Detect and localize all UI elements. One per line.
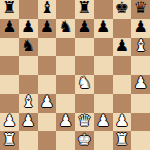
square-b5[interactable] xyxy=(19,56,38,75)
piece-white-pawn[interactable]: ♟ xyxy=(2,113,16,129)
square-f4[interactable] xyxy=(94,75,113,94)
square-c6[interactable] xyxy=(38,38,57,57)
square-f3[interactable] xyxy=(94,94,113,113)
square-d3[interactable] xyxy=(56,94,75,113)
square-b2[interactable]: ♟ xyxy=(19,113,38,132)
square-f2[interactable]: ♟ xyxy=(94,113,113,132)
square-b3[interactable]: ♝ xyxy=(19,94,38,113)
square-a7[interactable]: ♟ xyxy=(0,19,19,38)
square-g6[interactable]: ♟ xyxy=(113,38,132,57)
square-h7[interactable]: ♟ xyxy=(131,19,150,38)
piece-white-king[interactable]: ♚ xyxy=(77,132,91,148)
square-d8[interactable] xyxy=(56,0,75,19)
piece-black-rook[interactable]: ♜ xyxy=(2,0,16,16)
piece-white-bishop[interactable]: ♝ xyxy=(21,94,35,110)
square-a8[interactable]: ♜ xyxy=(0,0,19,19)
square-f5[interactable] xyxy=(94,56,113,75)
piece-white-bishop[interactable]: ♝ xyxy=(133,38,147,54)
piece-black-rook[interactable]: ♜ xyxy=(77,0,91,16)
square-d6[interactable] xyxy=(56,38,75,57)
piece-black-pawn[interactable]: ♟ xyxy=(21,19,35,35)
square-g1[interactable]: ♜ xyxy=(113,131,132,150)
square-c2[interactable] xyxy=(38,113,57,132)
square-g7[interactable] xyxy=(113,19,132,38)
piece-black-pawn[interactable]: ♟ xyxy=(40,19,54,35)
square-c7[interactable]: ♟ xyxy=(38,19,57,38)
square-h2[interactable] xyxy=(131,113,150,132)
piece-black-pawn[interactable]: ♟ xyxy=(96,19,110,35)
square-h6[interactable]: ♝ xyxy=(131,38,150,57)
square-e6[interactable] xyxy=(75,38,94,57)
piece-black-knight[interactable]: ♞ xyxy=(21,38,35,54)
square-g3[interactable] xyxy=(113,94,132,113)
square-d2[interactable]: ♟ xyxy=(56,113,75,132)
square-b7[interactable]: ♟ xyxy=(19,19,38,38)
piece-black-knight[interactable]: ♞ xyxy=(58,19,72,35)
square-a3[interactable] xyxy=(0,94,19,113)
square-d4[interactable] xyxy=(56,75,75,94)
piece-white-pawn[interactable]: ♟ xyxy=(115,113,129,129)
square-e7[interactable]: ♟ xyxy=(75,19,94,38)
square-f6[interactable] xyxy=(94,38,113,57)
piece-white-pawn[interactable]: ♟ xyxy=(40,94,54,110)
square-d1[interactable] xyxy=(56,131,75,150)
square-a1[interactable]: ♜ xyxy=(0,131,19,150)
piece-white-queen[interactable]: ♛ xyxy=(77,113,91,129)
square-c3[interactable]: ♟ xyxy=(38,94,57,113)
square-e5[interactable] xyxy=(75,56,94,75)
square-b8[interactable] xyxy=(19,0,38,19)
piece-black-pawn[interactable]: ♟ xyxy=(115,38,129,54)
square-g4[interactable] xyxy=(113,75,132,94)
square-a4[interactable] xyxy=(0,75,19,94)
square-d7[interactable]: ♞ xyxy=(56,19,75,38)
square-e1[interactable]: ♚ xyxy=(75,131,94,150)
square-e2[interactable]: ♛ xyxy=(75,113,94,132)
square-h3[interactable] xyxy=(131,94,150,113)
square-f8[interactable] xyxy=(94,0,113,19)
chess-board: ♜♝♜♚♛♟♟♟♞♟♟♟♞♟♝♞♟♝♟♟♟♟♛♟♟♜♚♜ xyxy=(0,0,150,150)
piece-black-pawn[interactable]: ♟ xyxy=(77,19,91,35)
square-a5[interactable] xyxy=(0,56,19,75)
square-f7[interactable]: ♟ xyxy=(94,19,113,38)
square-c5[interactable] xyxy=(38,56,57,75)
square-c4[interactable] xyxy=(38,75,57,94)
square-a2[interactable]: ♟ xyxy=(0,113,19,132)
piece-white-pawn[interactable]: ♟ xyxy=(21,113,35,129)
square-e4[interactable]: ♞ xyxy=(75,75,94,94)
piece-white-pawn[interactable]: ♟ xyxy=(96,113,110,129)
piece-white-pawn[interactable]: ♟ xyxy=(58,113,72,129)
square-b4[interactable] xyxy=(19,75,38,94)
square-c8[interactable]: ♝ xyxy=(38,0,57,19)
square-c1[interactable] xyxy=(38,131,57,150)
piece-black-pawn[interactable]: ♟ xyxy=(2,19,16,35)
square-g8[interactable]: ♚ xyxy=(113,0,132,19)
square-h8[interactable]: ♛ xyxy=(131,0,150,19)
piece-white-pawn[interactable]: ♟ xyxy=(133,75,147,91)
square-b1[interactable] xyxy=(19,131,38,150)
piece-black-king[interactable]: ♚ xyxy=(115,0,129,16)
piece-white-rook[interactable]: ♜ xyxy=(2,132,16,148)
square-h4[interactable]: ♟ xyxy=(131,75,150,94)
square-a6[interactable] xyxy=(0,38,19,57)
square-f1[interactable] xyxy=(94,131,113,150)
square-e3[interactable] xyxy=(75,94,94,113)
square-d5[interactable] xyxy=(56,56,75,75)
piece-black-queen[interactable]: ♛ xyxy=(133,0,147,16)
piece-white-rook[interactable]: ♜ xyxy=(115,132,129,148)
piece-white-knight[interactable]: ♞ xyxy=(77,75,91,91)
square-h1[interactable] xyxy=(131,131,150,150)
square-g2[interactable]: ♟ xyxy=(113,113,132,132)
square-h5[interactable] xyxy=(131,56,150,75)
square-b6[interactable]: ♞ xyxy=(19,38,38,57)
piece-black-bishop[interactable]: ♝ xyxy=(40,0,54,16)
piece-black-pawn[interactable]: ♟ xyxy=(133,19,147,35)
square-e8[interactable]: ♜ xyxy=(75,0,94,19)
square-g5[interactable] xyxy=(113,56,132,75)
